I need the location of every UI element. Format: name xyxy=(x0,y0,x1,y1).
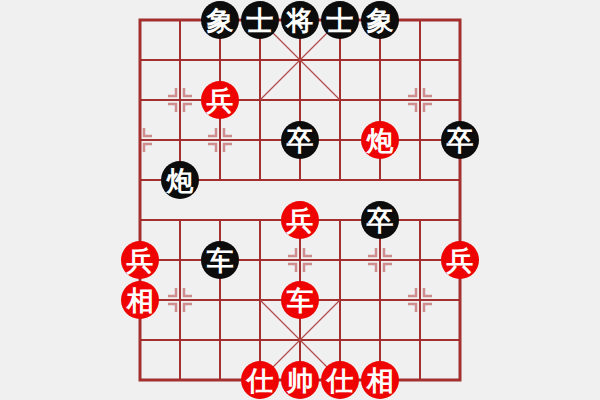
red-advisor[interactable]: 仕 xyxy=(321,361,359,399)
black-general[interactable]: 将 xyxy=(281,1,319,39)
xiangqi-board-area: 象士将士象兵卒炮卒炮兵卒兵车兵相车仕帅仕相 xyxy=(0,0,600,400)
black-soldier[interactable]: 卒 xyxy=(281,121,319,159)
red-chariot[interactable]: 车 xyxy=(281,281,319,319)
red-elephant[interactable]: 相 xyxy=(121,281,159,319)
red-soldier[interactable]: 兵 xyxy=(201,81,239,119)
board[interactable]: 象士将士象兵卒炮卒炮兵卒兵车兵相车仕帅仕相 xyxy=(120,0,480,400)
red-cannon[interactable]: 炮 xyxy=(361,121,399,159)
black-elephant[interactable]: 象 xyxy=(361,1,399,39)
black-advisor[interactable]: 士 xyxy=(321,1,359,39)
black-soldier[interactable]: 卒 xyxy=(361,201,399,239)
red-soldier[interactable]: 兵 xyxy=(281,201,319,239)
black-advisor[interactable]: 士 xyxy=(241,1,279,39)
red-general[interactable]: 帅 xyxy=(281,361,319,399)
black-chariot[interactable]: 车 xyxy=(201,241,239,279)
red-soldier[interactable]: 兵 xyxy=(441,241,479,279)
red-soldier[interactable]: 兵 xyxy=(121,241,159,279)
red-advisor[interactable]: 仕 xyxy=(241,361,279,399)
black-elephant[interactable]: 象 xyxy=(201,1,239,39)
black-soldier[interactable]: 卒 xyxy=(441,121,479,159)
red-elephant[interactable]: 相 xyxy=(361,361,399,399)
black-cannon[interactable]: 炮 xyxy=(161,161,199,199)
